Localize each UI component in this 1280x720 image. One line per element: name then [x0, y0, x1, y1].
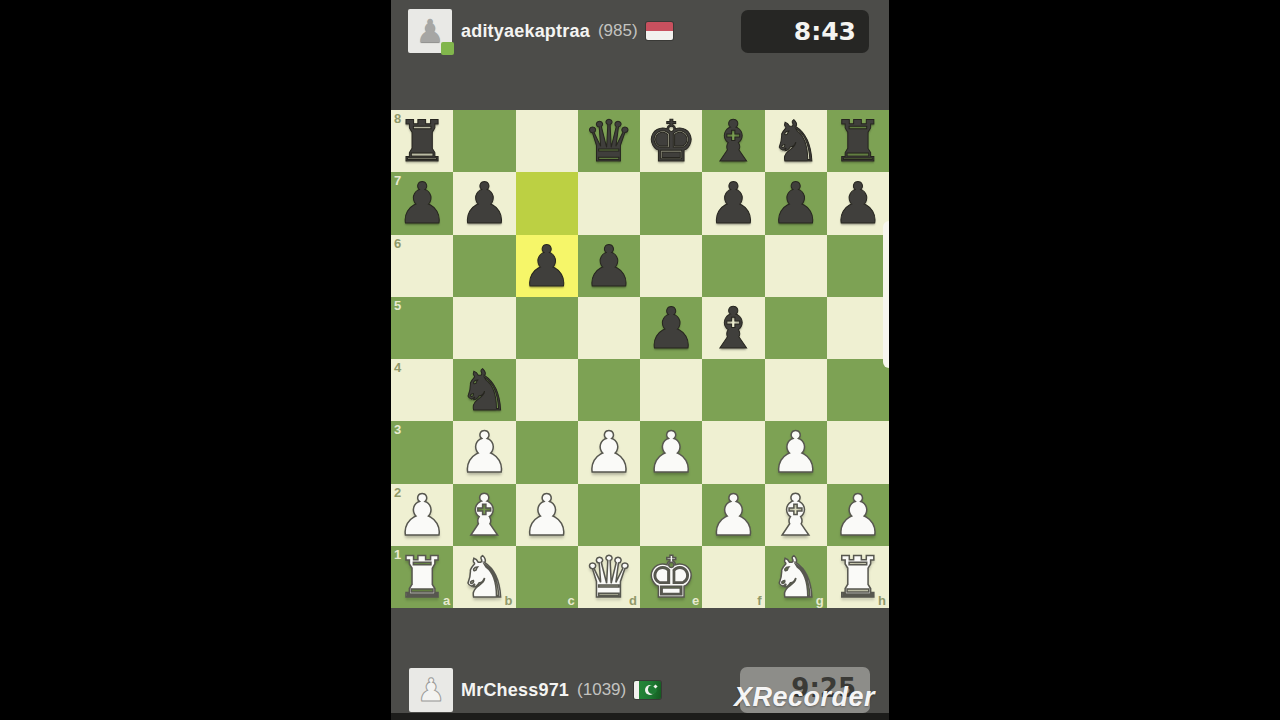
square-b6[interactable]: [453, 235, 515, 297]
white-knight-b1[interactable]: ♞: [453, 546, 515, 608]
square-f1[interactable]: f: [702, 546, 764, 608]
square-a8[interactable]: 8♜: [391, 110, 453, 172]
square-g7[interactable]: ♟: [765, 172, 827, 234]
black-knight-g8[interactable]: ♞: [765, 110, 827, 172]
white-pawn-h2[interactable]: ♟: [827, 484, 889, 546]
white-knight-g1[interactable]: ♞: [765, 546, 827, 608]
square-b5[interactable]: [453, 297, 515, 359]
square-a7[interactable]: 7♟: [391, 172, 453, 234]
white-queen-d1[interactable]: ♛: [578, 546, 640, 608]
white-rook-h1[interactable]: ♜: [827, 546, 889, 608]
opponent-clock: 8:43: [741, 10, 869, 53]
square-f7[interactable]: ♟: [702, 172, 764, 234]
side-panel-edge: [883, 221, 889, 368]
square-h1[interactable]: h♜: [827, 546, 889, 608]
white-pawn-e3[interactable]: ♟: [640, 421, 702, 483]
black-pawn-g7[interactable]: ♟: [765, 172, 827, 234]
white-bishop-b2[interactable]: ♝: [453, 484, 515, 546]
black-bishop-f5[interactable]: ♝: [702, 297, 764, 359]
square-d3[interactable]: ♟: [578, 421, 640, 483]
rank-label-5: 5: [394, 298, 401, 313]
square-f3[interactable]: [702, 421, 764, 483]
square-f5[interactable]: ♝: [702, 297, 764, 359]
black-queen-d8[interactable]: ♛: [578, 110, 640, 172]
square-e3[interactable]: ♟: [640, 421, 702, 483]
opponent-avatar[interactable]: ♟: [408, 9, 452, 53]
square-b8[interactable]: [453, 110, 515, 172]
file-label-c: c: [568, 593, 575, 608]
white-pawn-g3[interactable]: ♟: [765, 421, 827, 483]
opponent-rating: (985): [598, 21, 638, 41]
square-h6[interactable]: [827, 235, 889, 297]
square-b3[interactable]: ♟: [453, 421, 515, 483]
square-h8[interactable]: ♜: [827, 110, 889, 172]
chess-board[interactable]: 8♜♛♚♝♞♜7♟♟♟♟♟6♟♟5♟♝4♞3♟♟♟♟2♟♝♟♟♝♟1a♜b♞cd…: [391, 110, 889, 608]
player-name-row: MrChess971 (1039): [461, 668, 661, 712]
square-c6[interactable]: ♟: [516, 235, 578, 297]
white-pawn-d3[interactable]: ♟: [578, 421, 640, 483]
black-pawn-a7[interactable]: ♟: [391, 172, 453, 234]
black-pawn-h7[interactable]: ♟: [827, 172, 889, 234]
square-e2[interactable]: [640, 484, 702, 546]
xrecorder-watermark: XRecorder: [734, 682, 875, 713]
white-pawn-f2[interactable]: ♟: [702, 484, 764, 546]
player-rating: (1039): [577, 680, 626, 700]
square-g6[interactable]: [765, 235, 827, 297]
black-pawn-f7[interactable]: ♟: [702, 172, 764, 234]
square-e7[interactable]: [640, 172, 702, 234]
square-e1[interactable]: e♚: [640, 546, 702, 608]
black-pawn-e5[interactable]: ♟: [640, 297, 702, 359]
square-a6[interactable]: 6: [391, 235, 453, 297]
black-king-e8[interactable]: ♚: [640, 110, 702, 172]
square-c1[interactable]: c: [516, 546, 578, 608]
rank-label-4: 4: [394, 360, 401, 375]
square-c4[interactable]: [516, 359, 578, 421]
flag-hoist-stripe: [634, 681, 639, 699]
navigation-bar-strip: [391, 713, 889, 720]
square-a1[interactable]: 1a♜: [391, 546, 453, 608]
white-king-e1[interactable]: ♚: [640, 546, 702, 608]
square-g2[interactable]: ♝: [765, 484, 827, 546]
square-e5[interactable]: ♟: [640, 297, 702, 359]
white-rook-a1[interactable]: ♜: [391, 546, 453, 608]
player-username[interactable]: MrChess971: [461, 680, 569, 701]
square-a2[interactable]: 2♟: [391, 484, 453, 546]
screen-background: ♟ adityaekaptraa (985) 8:43 8♜♛♚♝♞♜7♟♟♟♟…: [0, 0, 1280, 720]
square-h5[interactable]: [827, 297, 889, 359]
square-h2[interactable]: ♟: [827, 484, 889, 546]
file-label-f: f: [757, 593, 761, 608]
white-pawn-c2[interactable]: ♟: [516, 484, 578, 546]
recorded-phone-area: ♟ adityaekaptraa (985) 8:43 8♜♛♚♝♞♜7♟♟♟♟…: [391, 0, 889, 720]
square-d8[interactable]: ♛: [578, 110, 640, 172]
square-d5[interactable]: [578, 297, 640, 359]
rank-label-3: 3: [394, 422, 401, 437]
square-c5[interactable]: [516, 297, 578, 359]
square-h3[interactable]: [827, 421, 889, 483]
black-pawn-c6[interactable]: ♟: [516, 235, 578, 297]
square-f6[interactable]: [702, 235, 764, 297]
opponent-name-row: adityaekaptraa (985): [461, 9, 673, 53]
square-f4[interactable]: [702, 359, 764, 421]
star-icon: [654, 684, 658, 688]
square-f2[interactable]: ♟: [702, 484, 764, 546]
white-pawn-b3[interactable]: ♟: [453, 421, 515, 483]
black-bishop-f8[interactable]: ♝: [702, 110, 764, 172]
square-g5[interactable]: [765, 297, 827, 359]
square-d7[interactable]: [578, 172, 640, 234]
square-b4[interactable]: ♞: [453, 359, 515, 421]
player-avatar[interactable]: ♟: [409, 668, 453, 712]
square-a3[interactable]: 3: [391, 421, 453, 483]
square-f8[interactable]: ♝: [702, 110, 764, 172]
white-bishop-g2[interactable]: ♝: [765, 484, 827, 546]
square-g8[interactable]: ♞: [765, 110, 827, 172]
online-status-badge: [441, 42, 454, 55]
opponent-panel: ♟ adityaekaptraa (985) 8:43: [391, 0, 889, 110]
square-d6[interactable]: ♟: [578, 235, 640, 297]
black-rook-h8[interactable]: ♜: [827, 110, 889, 172]
pakistan-flag-icon: [634, 681, 661, 699]
indonesia-flag-icon: [646, 22, 673, 40]
square-b2[interactable]: ♝: [453, 484, 515, 546]
black-pawn-b7[interactable]: ♟: [453, 172, 515, 234]
square-c8[interactable]: [516, 110, 578, 172]
square-c7[interactable]: [516, 172, 578, 234]
white-pawn-a2[interactable]: ♟: [391, 484, 453, 546]
square-a4[interactable]: 4: [391, 359, 453, 421]
square-c2[interactable]: ♟: [516, 484, 578, 546]
square-g3[interactable]: ♟: [765, 421, 827, 483]
square-d2[interactable]: [578, 484, 640, 546]
square-a5[interactable]: 5: [391, 297, 453, 359]
square-d4[interactable]: [578, 359, 640, 421]
square-e6[interactable]: [640, 235, 702, 297]
black-rook-a8[interactable]: ♜: [391, 110, 453, 172]
square-g1[interactable]: g♞: [765, 546, 827, 608]
square-e4[interactable]: [640, 359, 702, 421]
player-panel: ♟ MrChess971 (1039) 9:25 XRecorder: [391, 608, 889, 720]
square-b1[interactable]: b♞: [453, 546, 515, 608]
rank-label-6: 6: [394, 236, 401, 251]
square-h4[interactable]: [827, 359, 889, 421]
square-d1[interactable]: d♛: [578, 546, 640, 608]
square-e8[interactable]: ♚: [640, 110, 702, 172]
square-c3[interactable]: [516, 421, 578, 483]
square-g4[interactable]: [765, 359, 827, 421]
opponent-username[interactable]: adityaekaptraa: [461, 21, 590, 42]
black-pawn-d6[interactable]: ♟: [578, 235, 640, 297]
pawn-avatar-icon: ♟: [417, 668, 446, 712]
square-h7[interactable]: ♟: [827, 172, 889, 234]
black-knight-b4[interactable]: ♞: [453, 359, 515, 421]
square-b7[interactable]: ♟: [453, 172, 515, 234]
